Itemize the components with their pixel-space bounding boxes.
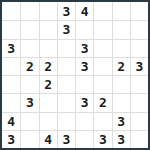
clue-cell: 3 [130, 57, 148, 75]
clue-cell: 2 [39, 57, 57, 75]
clue-cell: 2 [20, 57, 38, 75]
clue-number: 2 [44, 60, 52, 73]
clue-cell: 2 [112, 57, 130, 75]
empty-cell[interactable] [57, 57, 75, 75]
clue-number: 2 [117, 60, 125, 73]
empty-cell[interactable] [39, 93, 57, 111]
clue-number: 3 [99, 133, 107, 146]
clue-number: 4 [81, 5, 89, 18]
empty-cell[interactable] [112, 20, 130, 38]
clue-cell: 3 [93, 130, 111, 148]
clue-number: 3 [7, 133, 15, 146]
clue-cell: 3 [2, 39, 20, 57]
empty-cell[interactable] [75, 20, 93, 38]
empty-cell[interactable] [2, 93, 20, 111]
empty-cell[interactable] [20, 75, 38, 93]
empty-cell[interactable] [130, 75, 148, 93]
clue-number: 3 [117, 133, 125, 146]
empty-cell[interactable] [75, 75, 93, 93]
clue-number: 2 [44, 78, 52, 91]
empty-cell[interactable] [20, 2, 38, 20]
empty-cell[interactable] [130, 39, 148, 57]
empty-cell[interactable] [39, 2, 57, 20]
clue-number: 3 [26, 96, 34, 109]
empty-cell[interactable] [93, 112, 111, 130]
empty-cell[interactable] [93, 39, 111, 57]
clue-cell: 3 [75, 57, 93, 75]
empty-cell[interactable] [112, 39, 130, 57]
clue-cell: 4 [39, 130, 57, 148]
empty-cell[interactable] [20, 39, 38, 57]
empty-cell[interactable] [112, 2, 130, 20]
minesweeper-board: 343332232323324334333 [0, 0, 150, 150]
empty-cell[interactable] [112, 75, 130, 93]
empty-cell[interactable] [39, 39, 57, 57]
clue-cell: 3 [57, 130, 75, 148]
empty-cell[interactable] [39, 20, 57, 38]
empty-cell[interactable] [57, 75, 75, 93]
empty-cell[interactable] [57, 39, 75, 57]
empty-cell[interactable] [20, 130, 38, 148]
empty-cell[interactable] [57, 93, 75, 111]
clue-cell: 2 [39, 75, 57, 93]
clue-number: 3 [81, 42, 89, 55]
clue-number: 3 [62, 133, 70, 146]
empty-cell[interactable] [75, 130, 93, 148]
empty-cell[interactable] [130, 93, 148, 111]
clue-cell: 3 [57, 2, 75, 20]
clue-cell: 3 [20, 93, 38, 111]
empty-cell[interactable] [75, 112, 93, 130]
clue-cell: 3 [75, 39, 93, 57]
clue-cell: 3 [112, 130, 130, 148]
empty-cell[interactable] [130, 112, 148, 130]
clue-cell: 3 [57, 20, 75, 38]
clue-cell: 2 [93, 93, 111, 111]
clue-cell: 4 [75, 2, 93, 20]
empty-cell[interactable] [93, 20, 111, 38]
empty-cell[interactable] [39, 112, 57, 130]
clue-number: 2 [26, 60, 34, 73]
clue-number: 3 [62, 23, 70, 36]
empty-cell[interactable] [20, 20, 38, 38]
empty-cell[interactable] [130, 20, 148, 38]
clue-number: 4 [7, 115, 15, 128]
empty-cell[interactable] [93, 2, 111, 20]
empty-cell[interactable] [130, 2, 148, 20]
clue-number: 4 [44, 133, 52, 146]
empty-cell[interactable] [2, 2, 20, 20]
clue-cell: 3 [2, 130, 20, 148]
empty-cell[interactable] [2, 57, 20, 75]
clue-cell: 3 [112, 112, 130, 130]
clue-number: 3 [7, 42, 15, 55]
clue-number: 3 [117, 115, 125, 128]
empty-cell[interactable] [57, 112, 75, 130]
empty-cell[interactable] [93, 75, 111, 93]
empty-cell[interactable] [20, 112, 38, 130]
empty-cell[interactable] [112, 93, 130, 111]
empty-cell[interactable] [2, 75, 20, 93]
clue-cell: 3 [75, 93, 93, 111]
empty-cell[interactable] [130, 130, 148, 148]
clue-number: 3 [81, 60, 89, 73]
empty-cell[interactable] [2, 20, 20, 38]
clue-number: 3 [62, 5, 70, 18]
empty-cell[interactable] [93, 57, 111, 75]
clue-number: 2 [99, 96, 107, 109]
clue-number: 3 [135, 60, 143, 73]
clue-number: 3 [81, 96, 89, 109]
clue-cell: 4 [2, 112, 20, 130]
